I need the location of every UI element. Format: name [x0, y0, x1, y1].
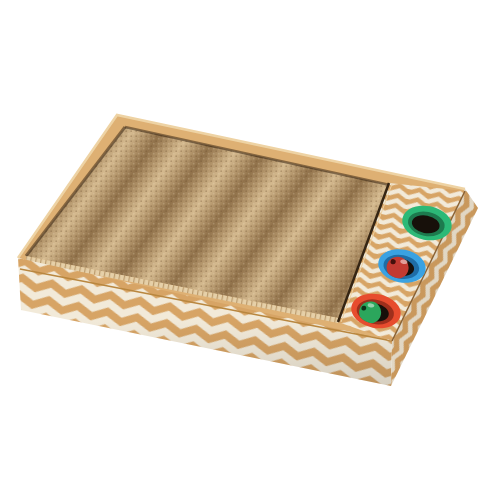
cat-scratcher-illustration: [0, 0, 500, 500]
product-photo: [0, 0, 500, 500]
